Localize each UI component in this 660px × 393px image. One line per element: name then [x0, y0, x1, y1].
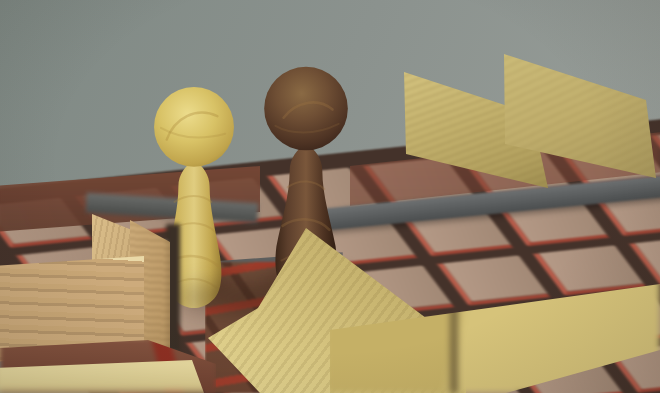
- board-square[interactable]: [437, 255, 551, 305]
- board-square[interactable]: [533, 245, 647, 295]
- quoridor-photo-scene: [0, 0, 660, 393]
